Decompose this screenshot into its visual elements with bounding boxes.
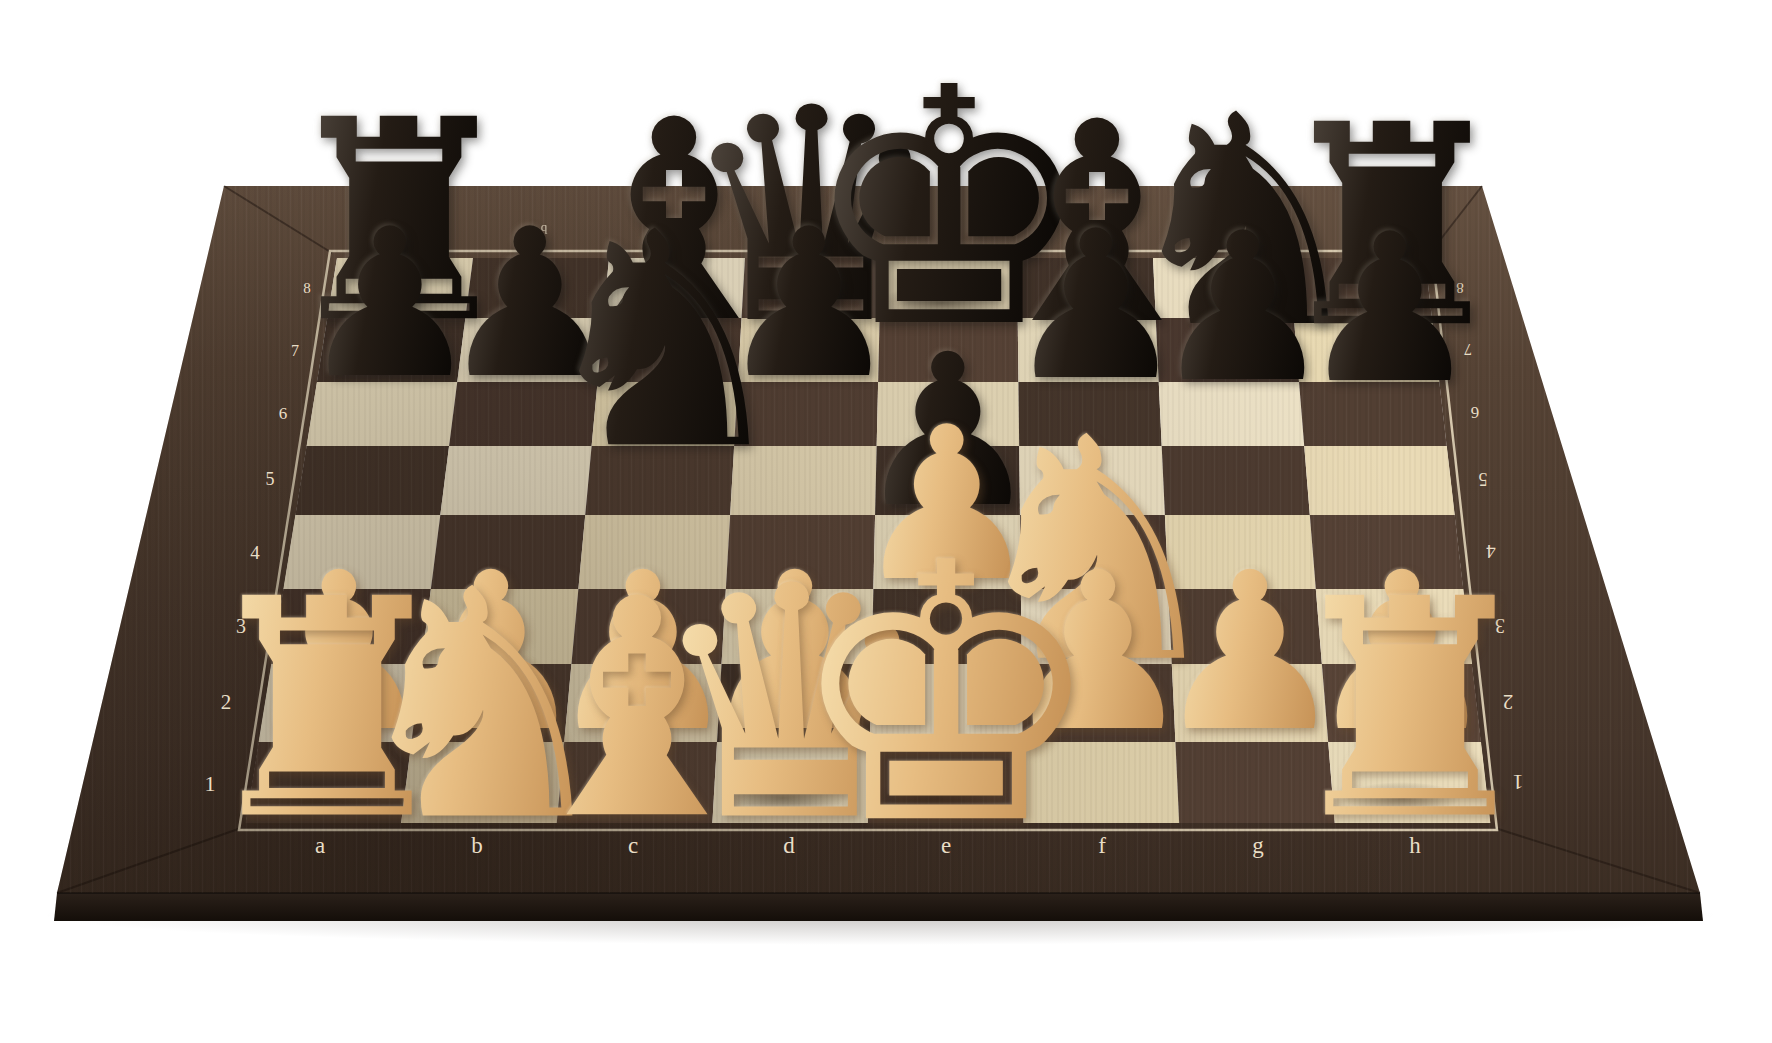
file-label-bottom-g: g — [1252, 833, 1264, 858]
rank-label-left-6: 6 — [279, 404, 288, 423]
piece-black-knight-c6[interactable]: ♞ — [531, 193, 797, 490]
piece-black-pawn-h7[interactable]: ♟ — [1298, 207, 1482, 412]
rank-label-right-5: 5 — [1479, 469, 1488, 489]
piece-white-king-e1[interactable]: ♚ — [786, 517, 1105, 873]
rank-label-left-5: 5 — [266, 469, 275, 489]
piece-white-rook-h1[interactable]: ♜ — [1275, 560, 1545, 861]
chessboard-photo: 8765432187654321abcdefghabcdefgh ♜♝♛♚♝♞♜… — [0, 0, 1772, 1043]
